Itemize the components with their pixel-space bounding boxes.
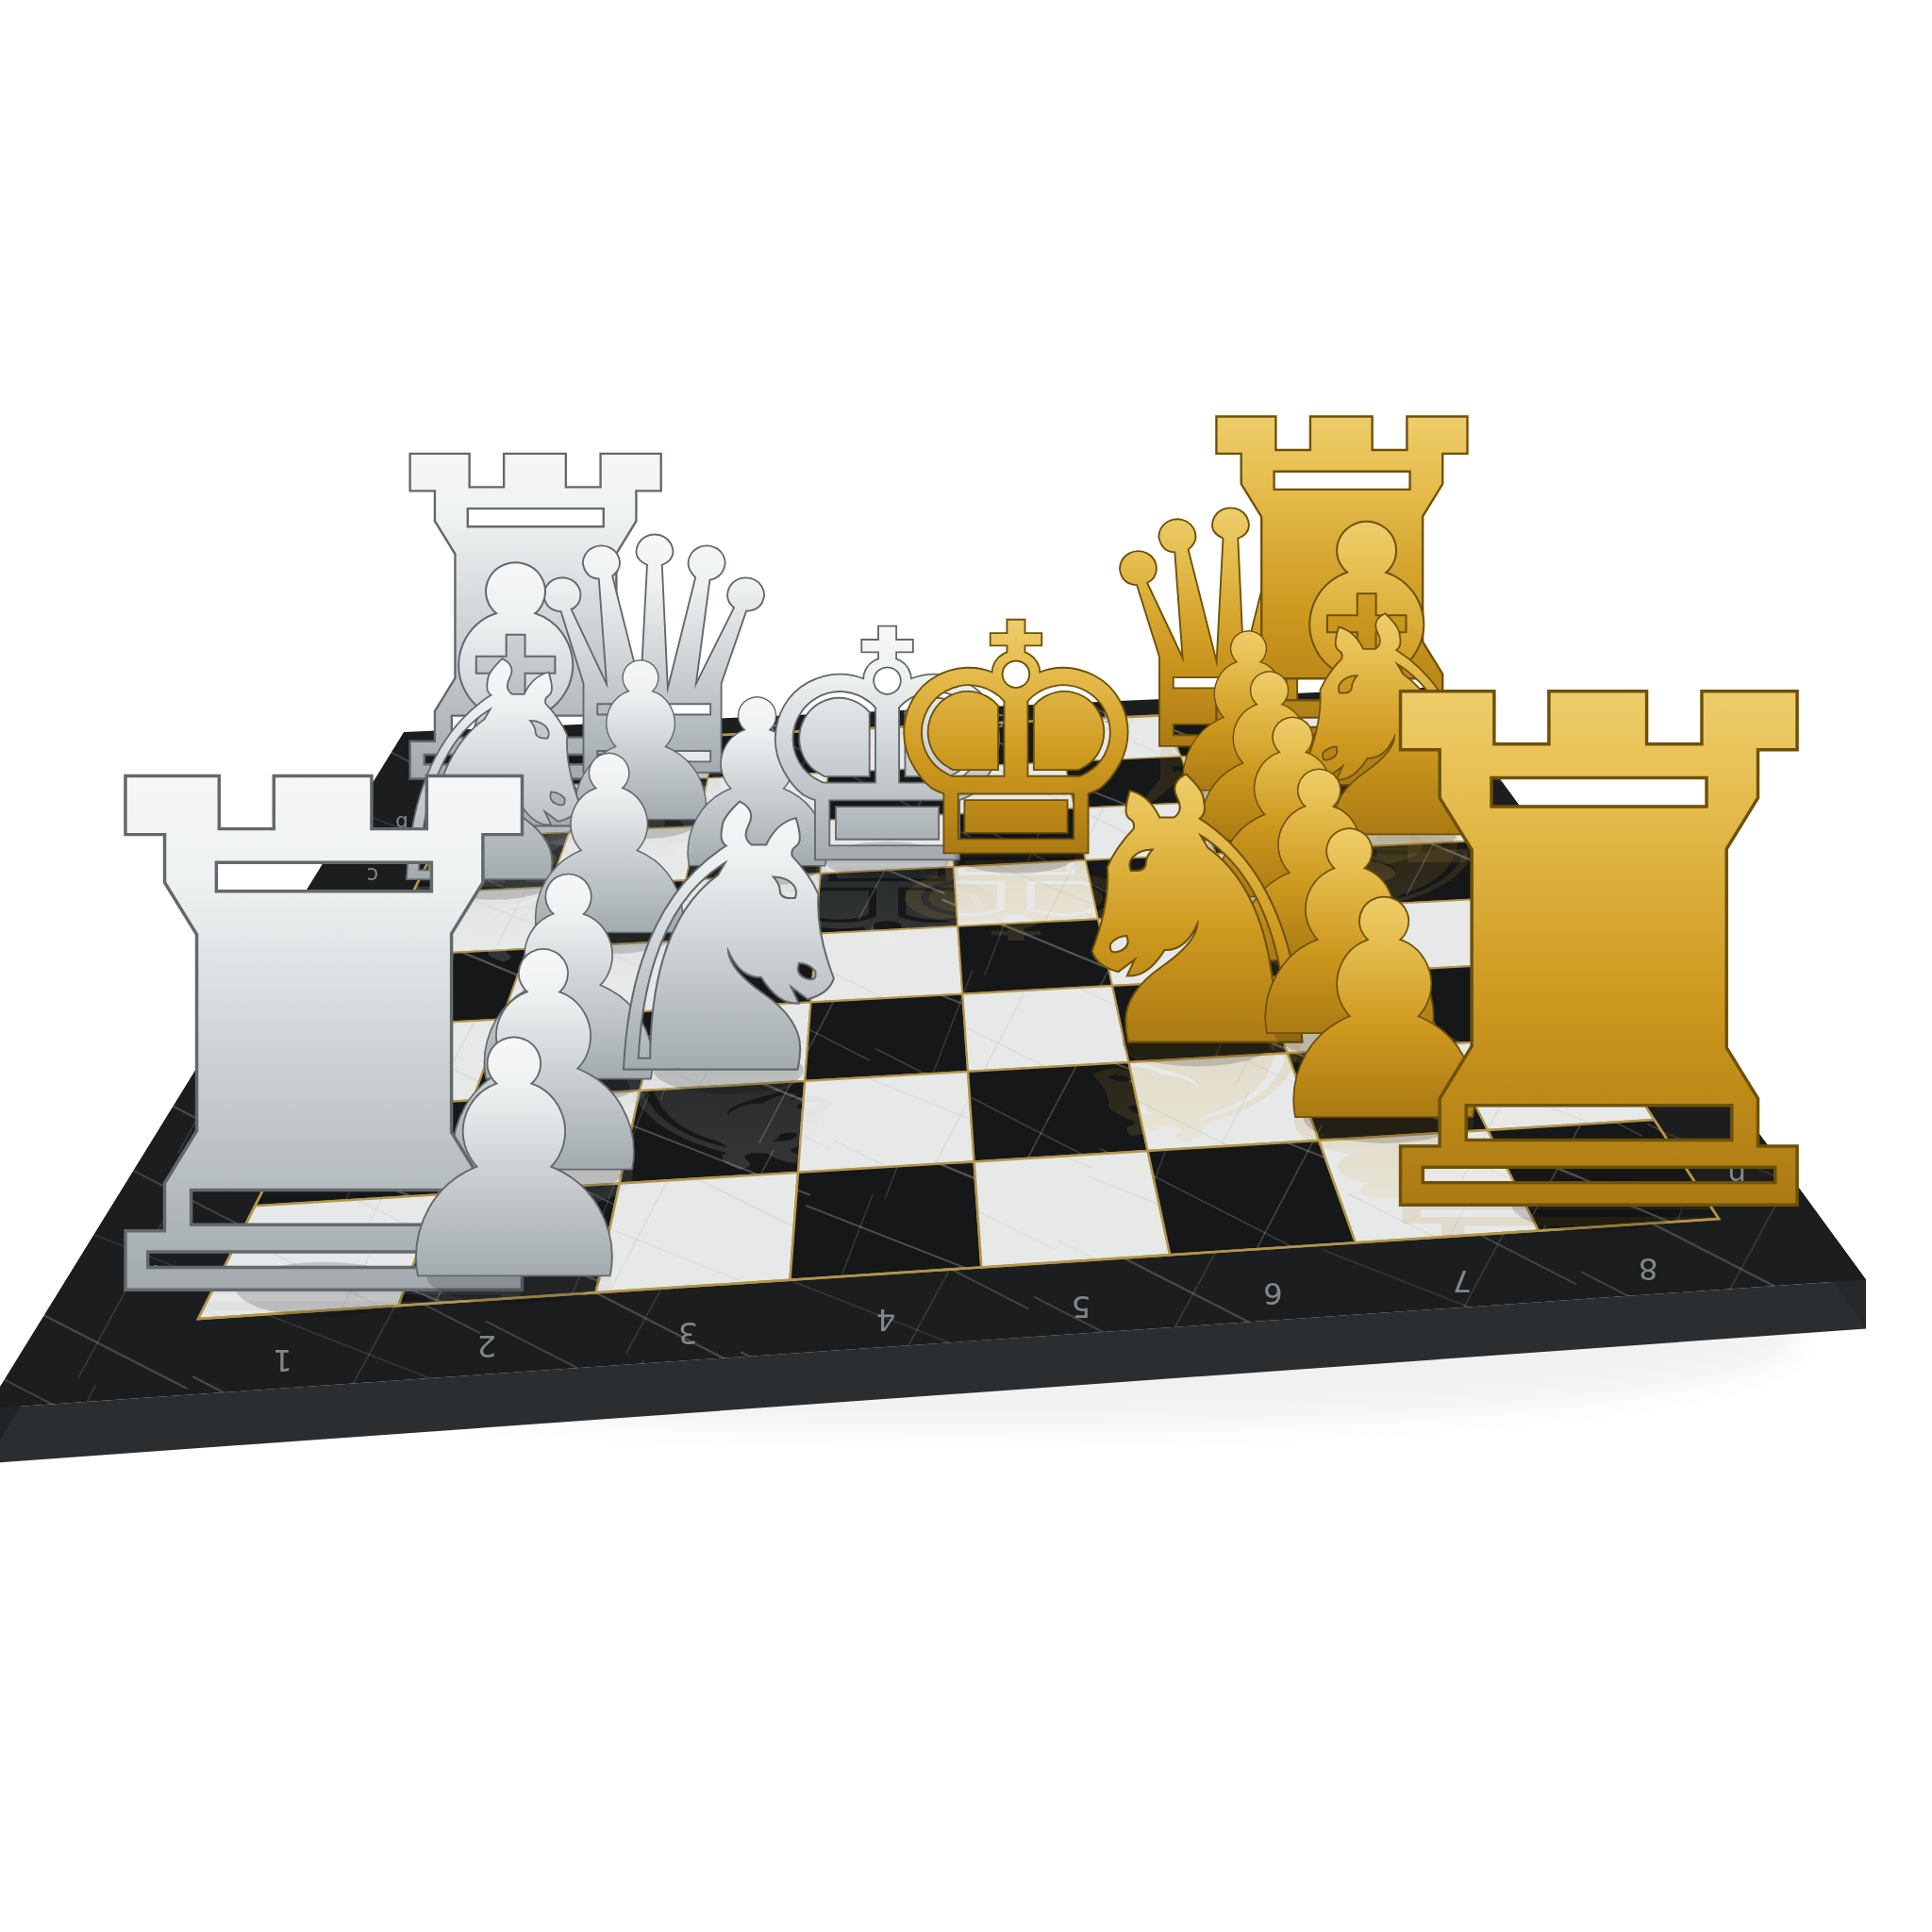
board-canvas: aabbccddeeffgghh1122334455667788♜♛♛♜♝♟♟♝…	[0, 0, 1932, 1932]
rank-label-near-4: 4	[876, 1302, 896, 1338]
piece-silver-pawn-h2[interactable]: ♟	[369, 974, 659, 1351]
rank-label-near-3: 3	[678, 1315, 698, 1351]
chess-set-photo: aabbccddeeffgghh1122334455667788♜♛♛♜♝♟♟♝…	[0, 0, 1932, 1932]
piece-gold-rook-h8[interactable]: ♜	[1286, 554, 1912, 1368]
rank-label-near-6: 6	[1263, 1275, 1283, 1311]
rank-label-near-5: 5	[1072, 1289, 1091, 1324]
